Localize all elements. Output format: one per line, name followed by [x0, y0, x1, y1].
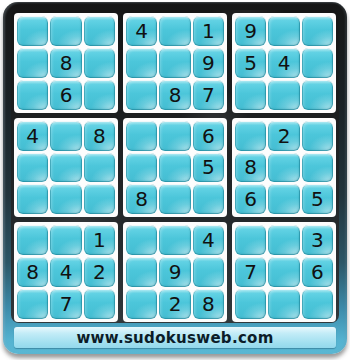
cell-r6c2[interactable]	[50, 184, 81, 214]
cell-r7c4[interactable]	[126, 225, 157, 255]
cell-r4c7[interactable]	[235, 121, 266, 151]
cell-r7c5[interactable]	[159, 225, 190, 255]
cell-r5c1[interactable]	[17, 153, 48, 183]
cell-r4c9[interactable]	[302, 121, 333, 151]
block-6: 2865	[232, 118, 336, 218]
cell-r7c7[interactable]	[235, 225, 266, 255]
cell-r3c9[interactable]	[302, 80, 333, 110]
cell-r4c5[interactable]	[159, 121, 190, 151]
cell-r4c1[interactable]: 4	[17, 121, 48, 151]
cell-r1c6[interactable]: 1	[193, 16, 224, 46]
cell-r5c6[interactable]: 5	[193, 153, 224, 183]
cell-r7c8[interactable]	[268, 225, 299, 255]
cell-r6c3[interactable]	[84, 184, 115, 214]
block-9: 376	[232, 222, 336, 322]
cell-r3c5[interactable]: 8	[159, 80, 190, 110]
cell-r5c8[interactable]	[268, 153, 299, 183]
cell-r9c3[interactable]	[84, 289, 115, 319]
cell-r1c1[interactable]	[17, 16, 48, 46]
cell-r9c6[interactable]: 8	[193, 289, 224, 319]
cell-r8c6[interactable]	[193, 257, 224, 287]
cell-r1c8[interactable]	[268, 16, 299, 46]
cell-r6c9[interactable]: 5	[302, 184, 333, 214]
cell-r2c4[interactable]	[126, 48, 157, 78]
cell-r6c5[interactable]	[159, 184, 190, 214]
block-1: 86	[14, 13, 118, 113]
cell-r2c7[interactable]: 5	[235, 48, 266, 78]
block-8: 4928	[123, 222, 227, 322]
cell-r4c8[interactable]: 2	[268, 121, 299, 151]
cell-r8c9[interactable]: 6	[302, 257, 333, 287]
block-4: 48	[14, 118, 118, 218]
cell-r7c9[interactable]: 3	[302, 225, 333, 255]
cell-r9c2[interactable]: 7	[50, 289, 81, 319]
block-2: 41987	[123, 13, 227, 113]
cell-r5c4[interactable]	[126, 153, 157, 183]
cell-r1c3[interactable]	[84, 16, 115, 46]
cell-r2c9[interactable]	[302, 48, 333, 78]
cell-r3c6[interactable]: 7	[193, 80, 224, 110]
cell-r9c8[interactable]	[268, 289, 299, 319]
cell-r2c2[interactable]: 8	[50, 48, 81, 78]
cell-r8c5[interactable]: 9	[159, 257, 190, 287]
cell-r4c6[interactable]: 6	[193, 121, 224, 151]
cell-r6c1[interactable]	[17, 184, 48, 214]
cell-r4c3[interactable]: 8	[84, 121, 115, 151]
cell-r8c7[interactable]: 7	[235, 257, 266, 287]
sudoku-grid: 8641987954486582865184274928376	[14, 13, 336, 322]
cell-r1c7[interactable]: 9	[235, 16, 266, 46]
cell-r7c1[interactable]	[17, 225, 48, 255]
footer-bar: www.sudokusweb.com	[14, 327, 336, 348]
cell-r5c5[interactable]	[159, 153, 190, 183]
sudoku-board-frame: 8641987954486582865184274928376 www.sudo…	[3, 2, 347, 354]
cell-r2c1[interactable]	[17, 48, 48, 78]
cell-r9c1[interactable]	[17, 289, 48, 319]
cell-r2c3[interactable]	[84, 48, 115, 78]
cell-r9c4[interactable]	[126, 289, 157, 319]
cell-r3c8[interactable]	[268, 80, 299, 110]
cell-r6c6[interactable]	[193, 184, 224, 214]
cell-r3c3[interactable]	[84, 80, 115, 110]
cell-r8c8[interactable]	[268, 257, 299, 287]
cell-r9c9[interactable]	[302, 289, 333, 319]
block-7: 18427	[14, 222, 118, 322]
cell-r7c3[interactable]: 1	[84, 225, 115, 255]
block-3: 954	[232, 13, 336, 113]
cell-r9c5[interactable]: 2	[159, 289, 190, 319]
cell-r8c4[interactable]	[126, 257, 157, 287]
cell-r9c7[interactable]	[235, 289, 266, 319]
cell-r8c3[interactable]: 2	[84, 257, 115, 287]
cell-r2c5[interactable]	[159, 48, 190, 78]
cell-r6c8[interactable]	[268, 184, 299, 214]
cell-r1c9[interactable]	[302, 16, 333, 46]
cell-r3c1[interactable]	[17, 80, 48, 110]
cell-r4c2[interactable]	[50, 121, 81, 151]
cell-r5c7[interactable]: 8	[235, 153, 266, 183]
cell-r8c1[interactable]: 8	[17, 257, 48, 287]
cell-r1c5[interactable]	[159, 16, 190, 46]
cell-r7c2[interactable]	[50, 225, 81, 255]
cell-r2c8[interactable]: 4	[268, 48, 299, 78]
cell-r3c7[interactable]	[235, 80, 266, 110]
cell-r6c7[interactable]: 6	[235, 184, 266, 214]
cell-r6c4[interactable]: 8	[126, 184, 157, 214]
cell-r3c4[interactable]	[126, 80, 157, 110]
website-label: www.sudokusweb.com	[76, 329, 273, 347]
block-5: 658	[123, 118, 227, 218]
cell-r5c2[interactable]	[50, 153, 81, 183]
cell-r2c6[interactable]: 9	[193, 48, 224, 78]
cell-r5c3[interactable]	[84, 153, 115, 183]
cell-r4c4[interactable]	[126, 121, 157, 151]
cell-r7c6[interactable]: 4	[193, 225, 224, 255]
cell-r1c4[interactable]: 4	[126, 16, 157, 46]
cell-r8c2[interactable]: 4	[50, 257, 81, 287]
cell-r3c2[interactable]: 6	[50, 80, 81, 110]
cell-r5c9[interactable]	[302, 153, 333, 183]
cell-r1c2[interactable]	[50, 16, 81, 46]
